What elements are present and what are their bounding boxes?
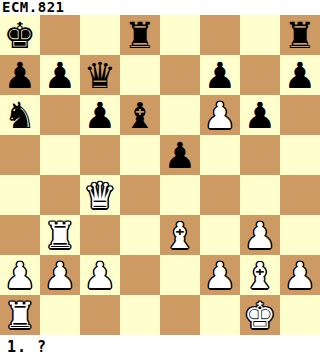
square-f5[interactable]	[200, 135, 240, 175]
square-c5[interactable]	[80, 135, 120, 175]
piece-black-knight: ♞	[0, 95, 40, 135]
square-f8[interactable]	[200, 15, 240, 55]
square-d6[interactable]: ♝	[120, 95, 160, 135]
square-c3[interactable]	[80, 215, 120, 255]
piece-white-pawn: ♟	[200, 255, 240, 295]
square-e3[interactable]: ♝	[160, 215, 200, 255]
square-a6[interactable]: ♞	[0, 95, 40, 135]
chess-board: ♚♜♜♟♟♛♟♟♞♟♝♟♟♟♛♜♝♟♟♟♟♟♝♟♜♚	[0, 15, 320, 335]
piece-black-pawn: ♟	[0, 55, 40, 95]
square-d5[interactable]	[120, 135, 160, 175]
piece-black-king: ♚	[0, 15, 40, 55]
square-a2[interactable]: ♟	[0, 255, 40, 295]
piece-black-pawn: ♟	[80, 95, 120, 135]
square-g7[interactable]	[240, 55, 280, 95]
piece-white-rook: ♜	[0, 295, 40, 335]
square-f2[interactable]: ♟	[200, 255, 240, 295]
square-f7[interactable]: ♟	[200, 55, 240, 95]
square-a8[interactable]: ♚	[0, 15, 40, 55]
piece-black-pawn: ♟	[280, 55, 320, 95]
square-f3[interactable]	[200, 215, 240, 255]
piece-white-king: ♚	[240, 295, 280, 335]
square-a3[interactable]	[0, 215, 40, 255]
piece-black-pawn: ♟	[40, 55, 80, 95]
piece-black-pawn: ♟	[160, 135, 200, 175]
square-d3[interactable]	[120, 215, 160, 255]
square-d4[interactable]	[120, 175, 160, 215]
square-g6[interactable]: ♟	[240, 95, 280, 135]
square-a5[interactable]	[0, 135, 40, 175]
piece-white-bishop: ♝	[160, 215, 200, 255]
piece-white-pawn: ♟	[280, 255, 320, 295]
square-g2[interactable]: ♝	[240, 255, 280, 295]
square-e1[interactable]	[160, 295, 200, 335]
square-b3[interactable]: ♜	[40, 215, 80, 255]
square-e8[interactable]	[160, 15, 200, 55]
square-f4[interactable]	[200, 175, 240, 215]
square-e2[interactable]	[160, 255, 200, 295]
square-h4[interactable]	[280, 175, 320, 215]
square-h6[interactable]	[280, 95, 320, 135]
piece-black-rook: ♜	[280, 15, 320, 55]
square-b1[interactable]	[40, 295, 80, 335]
square-a4[interactable]	[0, 175, 40, 215]
square-h7[interactable]: ♟	[280, 55, 320, 95]
square-f6[interactable]: ♟	[200, 95, 240, 135]
square-c4[interactable]: ♛	[80, 175, 120, 215]
square-a1[interactable]: ♜	[0, 295, 40, 335]
square-a7[interactable]: ♟	[0, 55, 40, 95]
piece-white-pawn: ♟	[40, 255, 80, 295]
square-c6[interactable]: ♟	[80, 95, 120, 135]
square-d8[interactable]: ♜	[120, 15, 160, 55]
piece-black-pawn: ♟	[200, 55, 240, 95]
square-c1[interactable]	[80, 295, 120, 335]
square-g8[interactable]	[240, 15, 280, 55]
piece-black-rook: ♜	[120, 15, 160, 55]
square-b8[interactable]	[40, 15, 80, 55]
square-g5[interactable]	[240, 135, 280, 175]
piece-white-bishop: ♝	[240, 255, 280, 295]
square-d2[interactable]	[120, 255, 160, 295]
square-d7[interactable]	[120, 55, 160, 95]
chess-puzzle-page: ECM.821 ♚♜♜♟♟♛♟♟♞♟♝♟♟♟♛♜♝♟♟♟♟♟♝♟♜♚ 1. ?	[0, 0, 320, 360]
square-b2[interactable]: ♟	[40, 255, 80, 295]
square-h3[interactable]	[280, 215, 320, 255]
square-c2[interactable]: ♟	[80, 255, 120, 295]
square-g4[interactable]	[240, 175, 280, 215]
square-h8[interactable]: ♜	[280, 15, 320, 55]
square-e7[interactable]	[160, 55, 200, 95]
square-h5[interactable]	[280, 135, 320, 175]
square-c7[interactable]: ♛	[80, 55, 120, 95]
piece-white-pawn: ♟	[240, 215, 280, 255]
square-f1[interactable]	[200, 295, 240, 335]
piece-white-queen: ♛	[80, 175, 120, 215]
square-g1[interactable]: ♚	[240, 295, 280, 335]
square-c8[interactable]	[80, 15, 120, 55]
square-e4[interactable]	[160, 175, 200, 215]
square-b6[interactable]	[40, 95, 80, 135]
piece-white-rook: ♜	[40, 215, 80, 255]
piece-black-pawn: ♟	[240, 95, 280, 135]
move-prompt: 1. ?	[7, 338, 47, 356]
square-b7[interactable]: ♟	[40, 55, 80, 95]
piece-black-queen: ♛	[80, 55, 120, 95]
square-b5[interactable]	[40, 135, 80, 175]
puzzle-title: ECM.821	[2, 0, 65, 15]
piece-white-pawn: ♟	[200, 95, 240, 135]
piece-black-bishop: ♝	[120, 95, 160, 135]
piece-white-pawn: ♟	[0, 255, 40, 295]
square-g3[interactable]: ♟	[240, 215, 280, 255]
square-e6[interactable]	[160, 95, 200, 135]
square-e5[interactable]: ♟	[160, 135, 200, 175]
piece-white-pawn: ♟	[80, 255, 120, 295]
square-b4[interactable]	[40, 175, 80, 215]
square-h1[interactable]	[280, 295, 320, 335]
square-h2[interactable]: ♟	[280, 255, 320, 295]
square-d1[interactable]	[120, 295, 160, 335]
